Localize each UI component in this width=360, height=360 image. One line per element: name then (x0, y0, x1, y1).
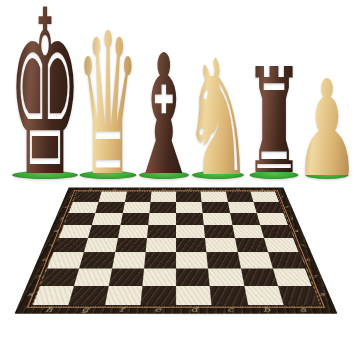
square-e4 (147, 225, 176, 238)
file-label-h: h (30, 305, 69, 314)
square-g7 (74, 268, 111, 286)
file-label-h: h (77, 188, 103, 192)
square-g5 (84, 238, 117, 252)
file-label-d: d (176, 305, 213, 314)
file-label-c: c (200, 188, 225, 192)
file-label-e: e (139, 305, 176, 314)
square-f7 (108, 268, 144, 286)
chess-set-product-photo: ♚♛♝♞♜♟ hgfedcba hgfedcba 12345678 123456… (0, 0, 360, 360)
square-h2 (69, 202, 99, 213)
file-label-c: c (212, 305, 249, 314)
square-f6 (112, 252, 146, 268)
square-c3 (203, 213, 232, 225)
king-glyph: ♚ (8, 0, 82, 209)
file-label-d: d (176, 188, 201, 192)
square-e5 (145, 238, 176, 252)
square-b7 (240, 268, 277, 286)
square-h7 (40, 268, 79, 286)
file-label-a: a (283, 305, 322, 314)
file-labels-bottom: hgfedcba (30, 305, 323, 314)
board-scene: hgfedcba hgfedcba 12345678 12345678 (15, 188, 338, 314)
pawn-glyph: ♟ (294, 62, 359, 195)
square-d7 (176, 268, 210, 286)
square-b8 (244, 286, 284, 305)
square-d3 (176, 213, 204, 225)
square-h1 (73, 192, 102, 202)
square-d6 (176, 252, 208, 268)
file-label-b: b (225, 188, 251, 192)
square-c4 (204, 225, 235, 238)
square-e1 (150, 192, 176, 202)
file-label-g: g (102, 188, 128, 192)
square-e3 (148, 213, 176, 225)
square-f5 (115, 238, 147, 252)
square-h3 (64, 213, 95, 225)
square-h5 (53, 238, 88, 252)
square-g2 (96, 202, 125, 213)
square-f1 (125, 192, 152, 202)
square-c7 (208, 268, 244, 286)
file-labels-top: hgfedcba (77, 188, 275, 192)
file-label-f: f (103, 305, 140, 314)
file-label-g: g (66, 305, 104, 314)
square-d2 (176, 202, 203, 213)
file-label-f: f (127, 188, 152, 192)
square-e6 (144, 252, 176, 268)
square-e7 (142, 268, 176, 286)
square-h6 (47, 252, 84, 268)
knight-glyph: ♞ (183, 39, 252, 199)
square-c2 (202, 202, 230, 213)
square-g3 (92, 213, 122, 225)
square-g6 (79, 252, 114, 268)
square-e2 (149, 202, 176, 213)
square-f2 (122, 202, 150, 213)
square-h4 (59, 225, 92, 238)
square-d1 (176, 192, 202, 202)
file-label-a: a (249, 188, 275, 192)
square-f3 (120, 213, 149, 225)
square-g4 (88, 225, 120, 238)
square-d8 (176, 286, 212, 305)
square-b3 (230, 213, 260, 225)
board: hgfedcba hgfedcba 12345678 12345678 (15, 188, 338, 314)
square-b2 (227, 202, 256, 213)
square-c5 (205, 238, 237, 252)
square-e8 (140, 286, 176, 305)
square-b6 (237, 252, 272, 268)
square-d5 (176, 238, 207, 252)
square-b4 (232, 225, 264, 238)
square-c1 (201, 192, 228, 202)
square-g8 (69, 286, 109, 305)
file-label-e: e (151, 188, 176, 192)
square-c8 (210, 286, 248, 305)
square-b5 (235, 238, 268, 252)
square-g1 (99, 192, 127, 202)
square-d4 (176, 225, 205, 238)
file-label-b: b (248, 305, 286, 314)
square-f4 (118, 225, 149, 238)
square-c6 (207, 252, 241, 268)
square-b1 (225, 192, 253, 202)
board-squares (33, 192, 319, 306)
square-f8 (104, 286, 142, 305)
